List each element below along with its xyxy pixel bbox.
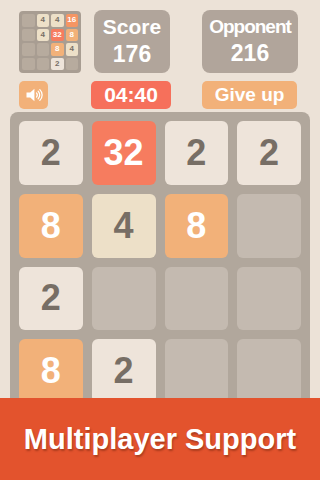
speaker-icon [24, 85, 44, 105]
board-tile-2: 2 [237, 121, 301, 185]
board-tile-8: 8 [19, 339, 83, 403]
board-tile-2: 2 [19, 121, 83, 185]
board-empty-cell [92, 267, 156, 331]
mini-empty-cell [37, 58, 50, 71]
board-tile-4: 4 [92, 194, 156, 258]
board-empty-cell [237, 339, 301, 403]
board-tile-8: 8 [19, 194, 83, 258]
score-value: 176 [94, 40, 170, 69]
mini-empty-cell [22, 58, 35, 71]
board-empty-cell [165, 339, 229, 403]
mini-tile-8: 8 [51, 43, 64, 56]
board-tile-8: 8 [165, 194, 229, 258]
mini-tile-32: 32 [51, 29, 64, 42]
board-empty-cell [165, 267, 229, 331]
opponent-panel: Opponent 216 [202, 10, 298, 73]
mini-empty-cell [22, 14, 35, 27]
board-empty-cell [237, 267, 301, 331]
give-up-button[interactable]: Give up [202, 81, 297, 109]
game-board[interactable]: 23222848282 [10, 112, 310, 412]
mini-empty-cell [66, 58, 79, 71]
mini-tile-4: 4 [37, 29, 50, 42]
timer-display: 04:40 [91, 81, 171, 109]
board-tile-2: 2 [92, 339, 156, 403]
opponent-label: Opponent [202, 15, 298, 39]
banner-text: Multiplayer Support [24, 423, 296, 456]
board-empty-cell [237, 194, 301, 258]
mini-tile-4: 4 [66, 43, 79, 56]
mini-tile-16: 16 [66, 14, 79, 27]
mini-empty-cell [37, 43, 50, 56]
board-tile-2: 2 [165, 121, 229, 185]
mini-empty-cell [22, 43, 35, 56]
score-panel: Score 176 [94, 10, 170, 73]
mini-tile-4: 4 [37, 14, 50, 27]
opponent-value: 216 [202, 39, 298, 68]
board-tile-2: 2 [19, 267, 83, 331]
score-label: Score [94, 14, 170, 40]
mini-tile-8: 8 [66, 29, 79, 42]
mini-tile-4: 4 [51, 14, 64, 27]
opponent-mini-board: 44164328842 [19, 11, 81, 73]
promo-banner: Multiplayer Support [0, 398, 320, 480]
sound-button[interactable] [19, 81, 48, 109]
mini-empty-cell [22, 29, 35, 42]
mini-tile-2: 2 [51, 58, 64, 71]
board-tile-32: 32 [92, 121, 156, 185]
